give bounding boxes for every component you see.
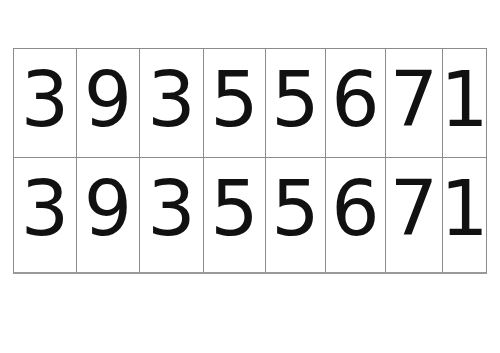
worksheet-page: 3 9 3 5 5 6 7 1 3 9 3 5 5 6 7 1 [0,0,500,353]
number-cell-r1c4: 5 [204,49,266,158]
number-cell-r2c3: 3 [140,158,204,272]
number-cell-r1c3: 3 [140,49,204,158]
number-cell-r2c7: 7 [386,158,443,272]
number-cell-r1c5: 5 [266,49,326,158]
number-cell-r1c7: 7 [386,49,443,158]
number-grid: 3 9 3 5 5 6 7 1 3 9 3 5 5 6 7 1 [13,48,487,274]
number-cell-r2c4: 5 [204,158,266,272]
number-cell-r1c8: 1 [443,49,486,158]
number-cell-r2c2: 9 [77,158,140,272]
number-cell-r1c6: 6 [326,49,386,158]
number-cell-r2c5: 5 [266,158,326,272]
number-cell-r2c1: 3 [14,158,77,272]
number-cell-r1c2: 9 [77,49,140,158]
number-cell-r2c6: 6 [326,158,386,272]
number-cell-r1c1: 3 [14,49,77,158]
number-cell-r2c8: 1 [443,158,486,272]
